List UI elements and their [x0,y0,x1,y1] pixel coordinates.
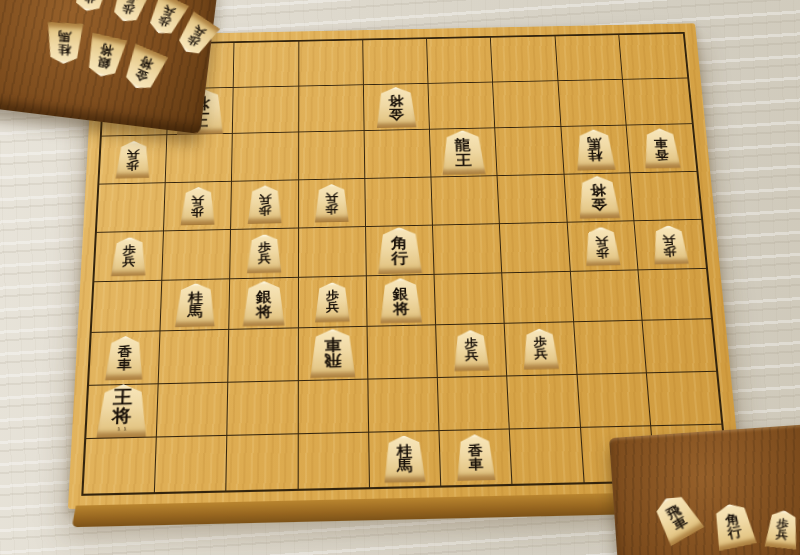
square-5a[interactable] [363,39,428,85]
shogi-piece-gote-pawn[interactable]: 歩兵 [180,187,216,226]
komadai-sente: 飛車角行歩兵 [609,422,800,555]
piece-kanji: 歩兵 [156,3,177,29]
square-1f[interactable] [638,269,711,321]
maker-signature: 〻〻 [115,427,128,433]
square-2b[interactable] [558,80,626,127]
shogi-piece-gote-pawn[interactable]: 歩兵 [108,0,152,27]
square-7f[interactable]: 銀将 [230,278,299,330]
square-9c[interactable]: 歩兵 [99,136,167,185]
piece-kanji: 歩兵 [595,234,610,258]
square-3c[interactable] [496,127,565,175]
piece-kanji: 歩兵 [185,23,208,49]
piece-kanji: 香車 [117,345,132,372]
square-4d[interactable] [432,176,501,226]
shogi-piece-gote-pawn[interactable]: 歩兵 [583,226,621,266]
piece-kanji: 歩兵 [464,338,478,363]
square-3i[interactable] [510,428,584,484]
square-1a[interactable] [619,34,687,80]
square-6h[interactable] [298,379,369,434]
square-1h[interactable] [647,371,722,426]
square-7h[interactable] [228,381,299,436]
square-9h[interactable]: 王将〻〻 [86,384,159,439]
piece-kanji: 銀将 [392,286,409,316]
shogi-piece-sente-lance[interactable]: 香車 [104,336,145,381]
shogi-piece-gote-pawn[interactable]: 歩兵 [70,0,111,15]
piece-kanji: 王将〻〻 [112,388,134,433]
shogi-piece-sente-pawn[interactable]: 歩兵 [521,328,560,370]
piece-kanji: 桂馬 [396,444,412,474]
piece-kanji: 飛車 [324,337,341,370]
square-7b[interactable] [233,87,299,134]
shogi-piece-sente-king[interactable]: 王将〻〻 [95,384,149,438]
square-6i[interactable] [298,432,370,488]
square-2e[interactable]: 歩兵 [567,221,638,272]
piece-kanji: 桂馬 [57,31,71,56]
piece-kanji: 歩兵 [325,192,338,215]
square-5b[interactable]: 金将 [364,84,430,131]
square-3a[interactable] [491,36,558,82]
square-1c[interactable]: 香車 [626,125,696,173]
piece-kanji: 歩兵 [120,0,139,16]
shogi-piece-gote-gold[interactable]: 金将 [576,176,621,219]
square-2g[interactable] [574,321,647,374]
square-6e[interactable] [299,227,367,278]
piece-kanji: 歩兵 [122,245,136,269]
shogi-piece-sente-knight[interactable]: 桂馬 [174,283,216,328]
square-3f[interactable] [503,272,574,324]
shogi-piece-sente-pawn[interactable]: 歩兵 [246,234,282,274]
shogi-piece-sente-pawn[interactable]: 歩兵 [764,509,800,550]
shogi-piece-sente-silver[interactable]: 銀将 [242,281,286,327]
piece-kanji: 桂馬 [587,137,603,163]
shogi-piece-gote-gold[interactable]: 金将 [119,43,169,95]
shogi-piece-sente-knight[interactable]: 桂馬 [383,435,427,483]
square-8i[interactable] [155,436,228,492]
square-9i[interactable] [83,437,157,493]
piece-kanji: 歩兵 [258,193,271,216]
shogi-piece-gote-lance[interactable]: 香車 [641,128,681,168]
square-9e[interactable]: 歩兵 [94,231,164,282]
square-3h[interactable] [508,374,581,429]
piece-kanji: 銀将 [96,43,114,70]
square-7g[interactable] [229,329,299,383]
square-3d[interactable] [498,174,567,224]
square-2h[interactable] [577,373,651,428]
square-1g[interactable] [642,320,716,373]
piece-kanji: 香車 [468,443,484,471]
shogi-piece-gote-knight[interactable]: 桂馬 [45,22,84,65]
square-2d[interactable]: 金将 [564,173,634,223]
square-7d[interactable]: 歩兵 [231,180,298,230]
shogi-piece-gote-pawn[interactable]: 歩兵 [314,184,350,223]
piece-kanji: 歩兵 [82,0,99,5]
square-5g[interactable] [367,326,437,380]
shogi-piece-sente-rook[interactable]: 飛車 [648,489,705,547]
square-3b[interactable] [493,81,561,128]
shogi-piece-gote-pawn[interactable]: 歩兵 [650,225,689,265]
square-6f[interactable]: 歩兵 [299,276,368,328]
square-2f[interactable] [570,270,642,322]
shogi-piece-gote-silver[interactable]: 銀将 [83,32,128,80]
square-4b[interactable] [429,83,496,130]
piece-kanji: 歩兵 [533,336,548,361]
square-7e[interactable]: 歩兵 [231,228,299,279]
square-1b[interactable] [623,79,692,126]
shogi-piece-sente-bishop[interactable]: 角行 [376,227,423,274]
piece-kanji: 飛車 [664,503,689,533]
square-5c[interactable] [364,130,431,179]
shogi-piece-sente-pawn[interactable]: 歩兵 [452,330,490,372]
square-5d[interactable] [365,177,433,227]
square-9f[interactable] [92,281,163,333]
square-4a[interactable] [427,38,493,84]
piece-kanji: 桂馬 [187,291,203,319]
shogi-piece-gote-rook[interactable]: 飛車 [309,329,356,379]
shogi-piece-gote-pawn[interactable]: 歩兵 [247,185,283,224]
shogi-piece-sente-dragon[interactable]: 龍王 [440,130,486,175]
square-5e[interactable]: 角行 [366,225,435,276]
square-5h[interactable] [368,378,439,433]
square-5f[interactable]: 銀将 [367,275,437,327]
shogi-piece-gote-knight[interactable]: 桂馬 [574,129,617,170]
square-1d[interactable] [630,172,701,222]
piece-kanji: 龍王 [454,138,472,167]
piece-kanji: 金将 [133,55,155,83]
square-5i[interactable]: 桂馬 [369,431,441,487]
square-8e[interactable] [162,230,231,281]
square-8f[interactable]: 桂馬 [161,279,231,331]
square-6b[interactable] [299,85,365,132]
square-8h[interactable] [157,382,229,437]
square-8d[interactable]: 歩兵 [164,181,232,231]
piece-kanji: 歩兵 [326,290,339,314]
piece-kanji: 香車 [653,136,669,160]
square-3e[interactable] [500,223,570,274]
shogi-piece-sente-pawn[interactable]: 歩兵 [110,237,147,277]
shogi-piece-gote-gold[interactable]: 金将 [375,87,417,128]
square-9g[interactable]: 香車 [89,332,161,386]
square-4g[interactable]: 歩兵 [436,324,507,377]
square-4e[interactable] [433,224,502,275]
square-8c[interactable] [166,134,233,183]
square-6a[interactable] [299,40,364,86]
piece-kanji: 角行 [391,235,409,266]
shogi-piece-sente-pawn[interactable]: 歩兵 [314,282,350,323]
piece-kanji: 歩兵 [191,194,204,217]
square-6c[interactable] [299,131,365,180]
square-8g[interactable] [159,330,230,384]
square-4h[interactable] [438,376,510,431]
square-7a[interactable] [234,42,299,88]
piece-kanji: 角行 [724,511,743,540]
piece-kanji: 歩兵 [662,233,677,257]
piece-kanji: 金将 [388,94,404,121]
piece-kanji: 金将 [590,183,608,211]
shogi-piece-gote-pawn[interactable]: 歩兵 [115,141,152,179]
square-6g[interactable]: 飛車 [298,327,368,381]
square-9d[interactable] [97,183,166,233]
square-4i[interactable]: 香車 [440,429,513,485]
square-4f[interactable] [435,273,505,325]
square-3g[interactable]: 歩兵 [505,323,577,376]
square-7i[interactable] [227,434,299,490]
piece-kanji: 歩兵 [775,517,789,541]
square-7c[interactable] [232,133,299,182]
shogi-piece-sente-silver[interactable]: 銀将 [379,278,423,324]
square-2c[interactable]: 桂馬 [561,126,630,174]
piece-kanji: 歩兵 [258,242,271,266]
square-6d[interactable]: 歩兵 [299,179,366,229]
square-2a[interactable] [555,35,623,81]
piece-kanji: 銀将 [256,289,272,319]
square-1e[interactable]: 歩兵 [634,220,706,271]
piece-kanji: 歩兵 [126,148,140,171]
shogi-piece-sente-bishop[interactable]: 角行 [709,500,757,551]
square-4c[interactable]: 龍王 [430,129,498,178]
shogi-piece-sente-lance[interactable]: 香車 [455,434,496,481]
